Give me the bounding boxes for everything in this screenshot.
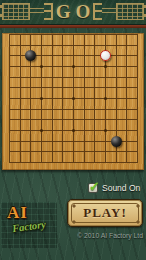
app-title: GO [0, 1, 146, 23]
star-point [104, 129, 107, 132]
black-stone [25, 50, 36, 61]
star-point [72, 97, 75, 100]
star-point [72, 65, 75, 68]
title-banner: GO [0, 0, 146, 25]
go-board-grid[interactable] [9, 34, 138, 163]
go-board[interactable] [2, 33, 144, 170]
star-point [104, 97, 107, 100]
banner-divider [0, 25, 146, 28]
star-point [104, 65, 107, 68]
star-point [40, 97, 43, 100]
white-stone-last-move [100, 50, 111, 61]
star-point [72, 129, 75, 132]
checkmark-icon: ✓ [89, 180, 100, 193]
star-point [40, 129, 43, 132]
play-button-label: PLAY! [68, 205, 142, 221]
sound-label: Sound On [102, 183, 140, 193]
sound-checkbox[interactable]: ✓ [88, 183, 98, 193]
black-stone [111, 136, 122, 147]
play-button[interactable]: PLAY! [67, 199, 143, 227]
copyright-text: © 2010 AI Factory Ltd [77, 232, 143, 239]
app-screen: GO ✓ Sound On PLAY! AI Factory © 2010 AI… [0, 0, 146, 260]
star-point [40, 65, 43, 68]
logo-text-ai: AI [7, 203, 28, 223]
